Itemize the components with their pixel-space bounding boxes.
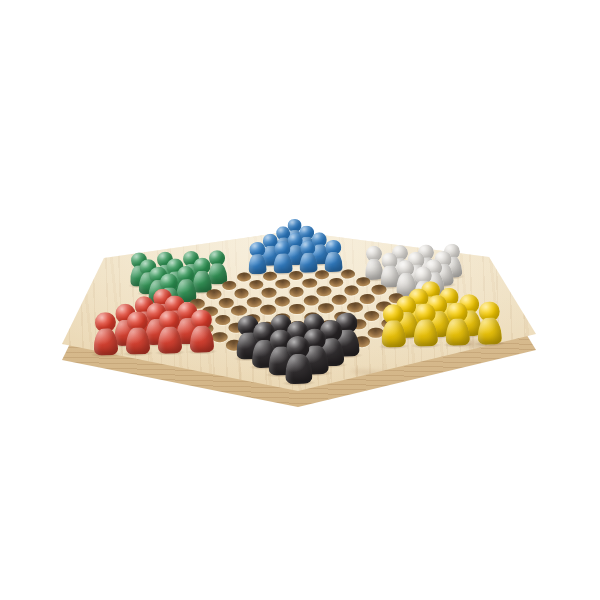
- peg-blue: [324, 239, 343, 272]
- peg-red: [157, 310, 182, 353]
- peg-blue: [273, 241, 292, 274]
- board-grid: [0, 229, 599, 390]
- product-photo: [0, 0, 600, 600]
- peg-yellow: [381, 304, 406, 347]
- peg-blue: [248, 241, 267, 274]
- peg-black: [284, 336, 312, 384]
- peg-red: [189, 309, 214, 352]
- peg-red: [125, 311, 150, 354]
- peg-yellow: [445, 302, 470, 345]
- chinese-checkers-board: [0, 0, 600, 600]
- peg-yellow: [477, 301, 502, 344]
- peg-blue: [299, 240, 318, 273]
- board-hole: [281, 372, 316, 381]
- peg-red: [93, 312, 118, 355]
- peg-yellow: [413, 303, 438, 346]
